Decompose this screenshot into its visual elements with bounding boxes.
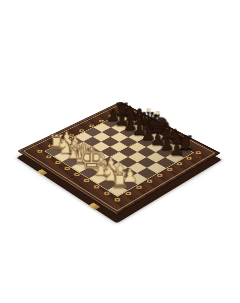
scene: ♜♟♟♜♞♟♟♞♝♟♟♝♛♟♟♛♚♟♟♚♝♟♟♝♞♟♟♞♜♟♟♜	[0, 0, 240, 303]
product-photo: ♜♟♟♜♞♟♟♞♝♟♟♝♛♟♟♛♚♟♟♚♝♟♟♝♞♟♟♞♜♟♟♜	[0, 0, 240, 303]
chess-board: ♜♟♟♜♞♟♟♞♝♟♟♝♛♟♟♛♚♟♟♚♝♟♟♝♞♟♟♞♜♟♟♜	[17, 101, 221, 215]
square-g2: ♟	[108, 173, 127, 184]
